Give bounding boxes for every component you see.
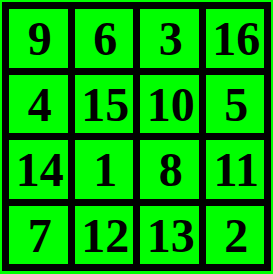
cell-r3c2: 1 xyxy=(75,140,134,199)
cell-r4c4: 2 xyxy=(206,206,265,265)
cell-r2c2: 15 xyxy=(75,75,134,134)
cell-r4c3: 13 xyxy=(140,206,199,265)
cell-r3c3: 8 xyxy=(140,140,199,199)
cell-r1c3: 3 xyxy=(140,9,199,68)
cell-r4c2: 12 xyxy=(75,206,134,265)
cell-r2c4: 5 xyxy=(206,75,265,134)
cell-r3c4: 11 xyxy=(206,140,265,199)
cell-r1c1: 9 xyxy=(9,9,68,68)
magic-square-board: 9 6 3 16 4 15 10 5 14 1 8 11 7 12 13 2 xyxy=(0,0,273,274)
cell-r4c1: 7 xyxy=(9,206,68,265)
cell-r1c2: 6 xyxy=(75,9,134,68)
cell-r1c4: 16 xyxy=(206,9,265,68)
cell-r3c1: 14 xyxy=(9,140,68,199)
board-grid: 9 6 3 16 4 15 10 5 14 1 8 11 7 12 13 2 xyxy=(9,9,264,264)
cell-r2c1: 4 xyxy=(9,75,68,134)
cell-r2c3: 10 xyxy=(140,75,199,134)
board-outer-frame: 9 6 3 16 4 15 10 5 14 1 8 11 7 12 13 2 xyxy=(2,2,271,271)
